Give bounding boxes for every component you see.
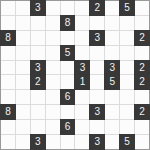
empty-cell-r2c2[interactable] <box>31 31 45 45</box>
empty-cell-r4c1[interactable] <box>16 61 30 75</box>
empty-cell-r9c4[interactable] <box>61 135 75 149</box>
empty-cell-r6c3[interactable] <box>46 90 60 104</box>
empty-cell-r5c3[interactable] <box>46 75 60 89</box>
empty-cell-r3c3[interactable] <box>46 46 60 60</box>
empty-cell-r0c3[interactable] <box>46 1 60 15</box>
empty-cell-r1c3[interactable] <box>46 16 60 30</box>
empty-cell-r7c5[interactable] <box>75 105 89 119</box>
clue-cell-r5c7: 5 <box>105 75 119 89</box>
empty-cell-r9c9[interactable] <box>135 135 149 149</box>
empty-cell-r4c3[interactable] <box>46 61 60 75</box>
clue-cell-r1c4: 8 <box>61 16 75 30</box>
empty-cell-r7c7[interactable] <box>105 105 119 119</box>
empty-cell-r7c4[interactable] <box>61 105 75 119</box>
empty-cell-r8c8[interactable] <box>120 120 134 134</box>
empty-cell-r0c7[interactable] <box>105 1 119 15</box>
empty-cell-r6c6[interactable] <box>90 90 104 104</box>
empty-cell-r2c5[interactable] <box>75 31 89 45</box>
clue-cell-r4c9: 2 <box>135 61 149 75</box>
empty-cell-r5c4[interactable] <box>61 75 75 89</box>
empty-cell-r6c1[interactable] <box>16 90 30 104</box>
empty-cell-r4c0[interactable] <box>1 61 15 75</box>
clue-cell-r7c0: 8 <box>1 105 15 119</box>
empty-cell-r5c8[interactable] <box>120 75 134 89</box>
empty-cell-r9c0[interactable] <box>1 135 15 149</box>
empty-cell-r6c7[interactable] <box>105 90 119 104</box>
clue-cell-r6c4: 6 <box>61 90 75 104</box>
clue-cell-r5c5: 1 <box>75 75 89 89</box>
empty-cell-r2c4[interactable] <box>61 31 75 45</box>
clue-cell-r8c4: 6 <box>61 120 75 134</box>
empty-cell-r4c8[interactable] <box>120 61 134 75</box>
clue-cell-r9c8: 5 <box>120 135 134 149</box>
clue-cell-r0c6: 2 <box>90 1 104 15</box>
empty-cell-r5c1[interactable] <box>16 75 30 89</box>
empty-cell-r2c7[interactable] <box>105 31 119 45</box>
empty-cell-r6c5[interactable] <box>75 90 89 104</box>
empty-cell-r8c6[interactable] <box>90 120 104 134</box>
empty-cell-r7c8[interactable] <box>120 105 134 119</box>
empty-cell-r7c3[interactable] <box>46 105 60 119</box>
clue-cell-r4c7: 3 <box>105 61 119 75</box>
empty-cell-r4c6[interactable] <box>90 61 104 75</box>
empty-cell-r9c7[interactable] <box>105 135 119 149</box>
empty-cell-r8c3[interactable] <box>46 120 60 134</box>
clue-cell-r0c2: 3 <box>31 1 45 15</box>
empty-cell-r1c1[interactable] <box>16 16 30 30</box>
empty-cell-r3c5[interactable] <box>75 46 89 60</box>
empty-cell-r3c0[interactable] <box>1 46 15 60</box>
clue-cell-r5c2: 2 <box>31 75 45 89</box>
empty-cell-r0c0[interactable] <box>1 1 15 15</box>
clue-cell-r9c2: 3 <box>31 135 45 149</box>
empty-cell-r9c1[interactable] <box>16 135 30 149</box>
empty-cell-r6c8[interactable] <box>120 90 134 104</box>
empty-cell-r1c2[interactable] <box>31 16 45 30</box>
empty-cell-r8c7[interactable] <box>105 120 119 134</box>
empty-cell-r8c1[interactable] <box>16 120 30 134</box>
empty-cell-r2c8[interactable] <box>120 31 134 45</box>
empty-cell-r0c1[interactable] <box>16 1 30 15</box>
empty-cell-r6c2[interactable] <box>31 90 45 104</box>
empty-cell-r1c6[interactable] <box>90 16 104 30</box>
empty-cell-r8c2[interactable] <box>31 120 45 134</box>
clue-cell-r5c9: 2 <box>135 75 149 89</box>
clue-cell-r7c6: 3 <box>90 105 104 119</box>
empty-cell-r0c5[interactable] <box>75 1 89 15</box>
empty-cell-r8c5[interactable] <box>75 120 89 134</box>
empty-cell-r1c0[interactable] <box>1 16 15 30</box>
empty-cell-r5c0[interactable] <box>1 75 15 89</box>
empty-cell-r9c3[interactable] <box>46 135 60 149</box>
empty-cell-r0c9[interactable] <box>135 1 149 15</box>
clue-cell-r9c6: 3 <box>90 135 104 149</box>
clue-cell-r2c6: 3 <box>90 31 104 45</box>
empty-cell-r3c9[interactable] <box>135 46 149 60</box>
empty-cell-r8c0[interactable] <box>1 120 15 134</box>
empty-cell-r8c9[interactable] <box>135 120 149 134</box>
empty-cell-r3c7[interactable] <box>105 46 119 60</box>
empty-cell-r7c2[interactable] <box>31 105 45 119</box>
empty-cell-r3c8[interactable] <box>120 46 134 60</box>
empty-cell-r1c7[interactable] <box>105 16 119 30</box>
empty-cell-r5c6[interactable] <box>90 75 104 89</box>
clue-cell-r4c2: 3 <box>31 61 45 75</box>
clue-cell-r2c0: 8 <box>1 31 15 45</box>
empty-cell-r3c2[interactable] <box>31 46 45 60</box>
empty-cell-r3c6[interactable] <box>90 46 104 60</box>
empty-cell-r1c8[interactable] <box>120 16 134 30</box>
clue-cell-r7c9: 2 <box>135 105 149 119</box>
empty-cell-r1c9[interactable] <box>135 16 149 30</box>
puzzle-board: 325883253332215268326335 <box>0 0 150 150</box>
empty-cell-r3c1[interactable] <box>16 46 30 60</box>
empty-cell-r9c5[interactable] <box>75 135 89 149</box>
empty-cell-r6c0[interactable] <box>1 90 15 104</box>
empty-cell-r4c4[interactable] <box>61 61 75 75</box>
clue-cell-r3c4: 5 <box>61 46 75 60</box>
clue-cell-r2c9: 2 <box>135 31 149 45</box>
clue-cell-r4c5: 3 <box>75 61 89 75</box>
empty-cell-r7c1[interactable] <box>16 105 30 119</box>
empty-cell-r2c1[interactable] <box>16 31 30 45</box>
empty-cell-r6c9[interactable] <box>135 90 149 104</box>
empty-cell-r2c3[interactable] <box>46 31 60 45</box>
empty-cell-r0c4[interactable] <box>61 1 75 15</box>
clue-cell-r0c8: 5 <box>120 1 134 15</box>
empty-cell-r1c5[interactable] <box>75 16 89 30</box>
